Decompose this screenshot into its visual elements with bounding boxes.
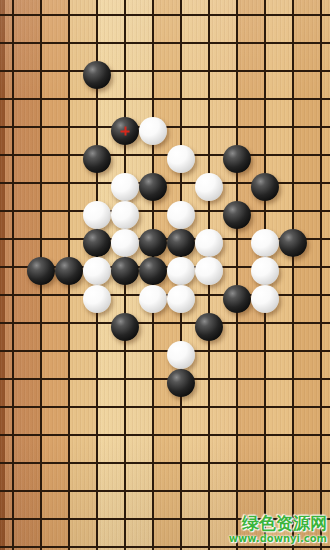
stone-black <box>111 117 139 145</box>
stone-white <box>111 201 139 229</box>
stone-white <box>167 257 195 285</box>
stone-black <box>139 173 167 201</box>
stone-black <box>111 257 139 285</box>
stone-black <box>139 257 167 285</box>
stone-white <box>83 257 111 285</box>
stone-white <box>195 173 223 201</box>
stone-white <box>83 285 111 313</box>
stone-black <box>55 257 83 285</box>
stone-black <box>251 173 279 201</box>
move-marker <box>121 127 130 136</box>
stone-black <box>83 229 111 257</box>
stone-white <box>139 285 167 313</box>
stone-black <box>223 285 251 313</box>
stone-white <box>251 285 279 313</box>
stone-black <box>83 61 111 89</box>
stone-black <box>223 201 251 229</box>
stone-white <box>111 173 139 201</box>
stone-black <box>111 313 139 341</box>
stone-black <box>27 257 55 285</box>
stone-white <box>139 117 167 145</box>
stone-black <box>83 145 111 173</box>
stone-white <box>111 229 139 257</box>
stone-black <box>223 145 251 173</box>
app-screen: 绿色资源网 www.downyi.com <box>0 0 330 550</box>
stone-white <box>251 229 279 257</box>
stone-white <box>167 201 195 229</box>
stone-white <box>195 229 223 257</box>
stone-black <box>195 313 223 341</box>
stone-white <box>167 341 195 369</box>
stone-black <box>279 229 307 257</box>
stone-white <box>167 285 195 313</box>
stone-black <box>167 229 195 257</box>
stone-white <box>83 201 111 229</box>
stone-black <box>167 369 195 397</box>
stone-white <box>195 257 223 285</box>
gomoku-board[interactable] <box>0 0 330 550</box>
stone-white <box>251 257 279 285</box>
stone-black <box>139 229 167 257</box>
stone-white <box>167 145 195 173</box>
